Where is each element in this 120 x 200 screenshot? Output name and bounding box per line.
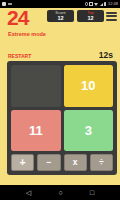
restart-button[interactable]: RESTART [8,53,31,59]
game-board: 10 11 3 + − x ÷ [7,61,117,175]
operator-row: + − x ÷ [11,154,113,171]
cell-signal-icon [100,3,103,6]
menu-bar [106,15,117,17]
status-clock: 12:48 [108,2,118,6]
wifi-icon [94,3,98,6]
notification-icon [2,2,6,6]
back-icon[interactable]: ◁ [26,189,31,196]
tile-grid: 10 11 3 [11,65,113,151]
alarm-icon [85,2,88,5]
top-score-box: Top 12 [77,10,104,22]
score-value: 12 [57,16,63,22]
usb-debug-icon [8,3,12,5]
battery-icon [104,2,106,6]
android-nav-bar: ◁ ○ □ [0,185,120,200]
minus-button[interactable]: − [37,154,60,171]
score-box: Score 12 [47,10,74,22]
tile-r0c1[interactable]: 10 [64,65,114,107]
app-screen: 12:48 24 Extreme mode Score 12 Top 12 RE… [0,0,120,200]
countdown-timer: 12s [99,50,113,60]
app-title: 24 [7,7,28,28]
screenshot-icon [89,2,92,5]
hamburger-menu-icon[interactable] [106,12,117,21]
menu-bar [106,12,117,14]
recents-icon[interactable]: □ [90,189,94,196]
mode-label: Extreme mode [8,31,46,37]
plus-button[interactable]: + [11,154,34,171]
tile-r1c1[interactable]: 3 [64,110,114,152]
home-icon[interactable]: ○ [58,189,62,196]
tile-r0c0-empty [11,65,61,107]
multiply-button[interactable]: x [64,154,87,171]
menu-bar [106,19,117,21]
status-right-icons: 12:48 [85,2,118,6]
divide-button[interactable]: ÷ [90,154,113,171]
tile-r1c0[interactable]: 11 [11,110,61,152]
top-score-value: 12 [87,16,93,22]
